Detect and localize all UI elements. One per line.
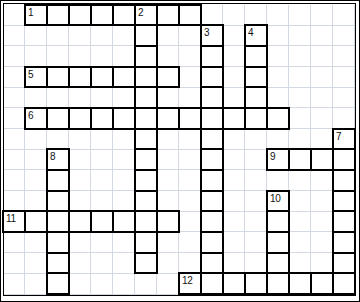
crossword-cell[interactable] (134, 4, 158, 27)
crossword-cell[interactable] (156, 210, 180, 233)
crossword-cell[interactable] (222, 272, 246, 295)
crossword-cell[interactable] (46, 169, 70, 192)
crossword-cell[interactable] (68, 210, 92, 233)
crossword-cell[interactable] (156, 66, 180, 89)
crossword-cell[interactable] (266, 252, 290, 275)
crossword-cell[interactable] (46, 148, 70, 171)
crossword-cell[interactable] (200, 169, 224, 192)
crossword-cell[interactable] (200, 107, 224, 130)
crossword-cell[interactable] (266, 148, 290, 171)
crossword-cell[interactable] (244, 45, 268, 68)
crossword-board: 123456789101112 (0, 0, 360, 302)
crossword-cell[interactable] (90, 210, 114, 233)
crossword-cell[interactable] (134, 231, 158, 254)
crossword-cell[interactable] (90, 66, 114, 89)
crossword-cell[interactable] (200, 272, 224, 295)
crossword-cell[interactable] (46, 210, 70, 233)
crossword-cell[interactable] (68, 107, 92, 130)
crossword-cell[interactable] (24, 210, 48, 233)
crossword-cell[interactable] (200, 128, 224, 151)
crossword-cell[interactable] (200, 231, 224, 254)
crossword-cell[interactable] (222, 107, 246, 130)
crossword-cell[interactable] (266, 107, 290, 130)
crossword-cell[interactable] (332, 231, 356, 254)
crossword-cell[interactable] (46, 190, 70, 213)
crossword-cell[interactable] (200, 190, 224, 213)
crossword-cell[interactable] (134, 169, 158, 192)
crossword-cell[interactable] (332, 190, 356, 213)
crossword-cell[interactable] (200, 86, 224, 109)
crossword-cell[interactable] (134, 86, 158, 109)
crossword-cell[interactable] (244, 66, 268, 89)
crossword-cell[interactable] (156, 107, 180, 130)
crossword-cell[interactable] (332, 169, 356, 192)
crossword-cell[interactable] (244, 24, 268, 47)
crossword-cell[interactable] (200, 252, 224, 275)
crossword-cell[interactable] (46, 4, 70, 27)
crossword-cell[interactable] (288, 148, 312, 171)
crossword-cell[interactable] (134, 148, 158, 171)
crossword-cell[interactable] (332, 252, 356, 275)
crossword-cell[interactable] (90, 4, 114, 27)
crossword-cell[interactable] (134, 252, 158, 275)
crossword-cell[interactable] (244, 86, 268, 109)
crossword-cell[interactable] (112, 107, 136, 130)
crossword-cell[interactable] (266, 210, 290, 233)
crossword-cell[interactable] (134, 66, 158, 89)
crossword-cell[interactable] (24, 66, 48, 89)
crossword-cell[interactable] (46, 231, 70, 254)
crossword-cell[interactable] (266, 231, 290, 254)
crossword-cell[interactable] (46, 107, 70, 130)
crossword-cell[interactable] (2, 210, 26, 233)
crossword-cell[interactable] (200, 148, 224, 171)
crossword-cell[interactable] (134, 210, 158, 233)
crossword-cell[interactable] (46, 66, 70, 89)
crossword-cell[interactable] (310, 272, 334, 295)
crossword-cell[interactable] (90, 107, 114, 130)
crossword-cell[interactable] (332, 210, 356, 233)
crossword-cell[interactable] (244, 107, 268, 130)
crossword-cell[interactable] (310, 148, 334, 171)
crossword-cell[interactable] (112, 4, 136, 27)
crossword-cell[interactable] (200, 66, 224, 89)
crossword-cell[interactable] (332, 148, 356, 171)
crossword-cell[interactable] (288, 272, 312, 295)
crossword-cell[interactable] (332, 128, 356, 151)
crossword-cell[interactable] (266, 272, 290, 295)
crossword-cell[interactable] (134, 107, 158, 130)
crossword-cell[interactable] (134, 128, 158, 151)
crossword-cell[interactable] (24, 4, 48, 27)
crossword-cell[interactable] (178, 4, 202, 27)
crossword-cell[interactable] (156, 4, 180, 27)
crossword-cell[interactable] (200, 210, 224, 233)
crossword-cell[interactable] (266, 190, 290, 213)
crossword-cell[interactable] (112, 66, 136, 89)
crossword-cell[interactable] (68, 66, 92, 89)
crossword-cell[interactable] (24, 107, 48, 130)
crossword-cell[interactable] (178, 107, 202, 130)
crossword-cell[interactable] (134, 190, 158, 213)
crossword-cell[interactable] (200, 24, 224, 47)
crossword-cell[interactable] (134, 24, 158, 47)
crossword-cell[interactable] (46, 272, 70, 295)
crossword-cell[interactable] (178, 272, 202, 295)
crossword-cell[interactable] (68, 4, 92, 27)
crossword-cell[interactable] (112, 210, 136, 233)
crossword-cell[interactable] (134, 45, 158, 68)
crossword-cell[interactable] (200, 45, 224, 68)
crossword-cell[interactable] (332, 272, 356, 295)
crossword-cell[interactable] (46, 252, 70, 275)
crossword-cell[interactable] (244, 272, 268, 295)
